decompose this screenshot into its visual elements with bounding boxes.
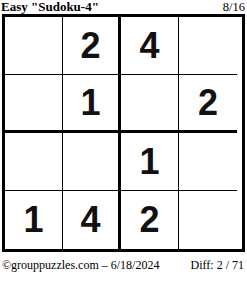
sudoku-board: 2 4 1 2 1 1 4 2 xyxy=(2,14,245,252)
copyright-text: ©grouppuzzles.com – 6/18/2024 xyxy=(2,258,159,273)
difficulty-text: Diff: 2 / 71 xyxy=(191,258,244,273)
puzzle-title: Easy "Sudoku-4" xyxy=(1,0,99,13)
page-header: Easy "Sudoku-4" 8/16 xyxy=(0,0,247,13)
cell-r1c3[interactable]: 4 xyxy=(121,17,179,75)
page-number: 8/16 xyxy=(223,1,245,14)
cell-r4c4[interactable] xyxy=(179,191,237,249)
cell-r2c2[interactable]: 1 xyxy=(63,75,121,133)
cell-r3c2[interactable] xyxy=(63,133,121,191)
cell-r4c1[interactable]: 1 xyxy=(5,191,63,249)
cell-r1c2[interactable]: 2 xyxy=(63,17,121,75)
cell-r2c1[interactable] xyxy=(5,75,63,133)
cell-r1c4[interactable] xyxy=(179,17,237,75)
cell-r3c1[interactable] xyxy=(5,133,63,191)
cell-r3c3[interactable]: 1 xyxy=(121,133,179,191)
cell-r4c3[interactable]: 2 xyxy=(121,191,179,249)
page-footer: ©grouppuzzles.com – 6/18/2024 Diff: 2 / … xyxy=(0,258,247,273)
cell-r1c1[interactable] xyxy=(5,17,63,75)
cell-r4c2[interactable]: 4 xyxy=(63,191,121,249)
cell-r2c3[interactable] xyxy=(121,75,179,133)
cell-r3c4[interactable] xyxy=(179,133,237,191)
cell-r2c4[interactable]: 2 xyxy=(179,75,237,133)
